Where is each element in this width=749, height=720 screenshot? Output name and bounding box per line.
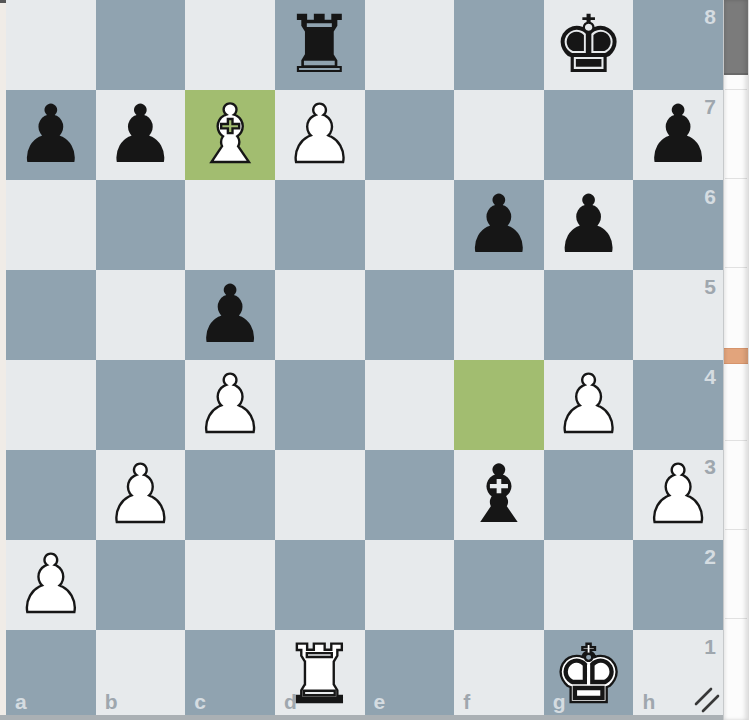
rank-label-6: 6 [704, 186, 716, 207]
square-a4[interactable] [6, 360, 96, 450]
piece-white-bishop-c7[interactable]: ♝ [194, 95, 266, 175]
square-b2[interactable] [96, 540, 186, 630]
rank-label-8: 8 [704, 6, 716, 27]
square-c2[interactable] [185, 540, 275, 630]
square-g7[interactable] [544, 90, 634, 180]
square-f6[interactable]: ♟ [454, 180, 544, 270]
piece-white-pawn-d7[interactable]: ♟ [284, 95, 356, 175]
rank-label-4: 4 [704, 366, 716, 387]
piece-black-pawn-g6[interactable]: ♟ [553, 185, 625, 265]
file-label-a: a [15, 691, 27, 712]
square-f5[interactable] [454, 270, 544, 360]
square-e2[interactable] [365, 540, 455, 630]
file-label-c: c [194, 691, 206, 712]
square-a5[interactable] [6, 270, 96, 360]
gauge-thumb[interactable] [724, 0, 748, 75]
gauge-separator [725, 618, 747, 619]
rank-label-2: 2 [704, 546, 716, 567]
chess-app: ♜♚♟♟♝♟♟♟♟♟♟♟♟♝♟♟♜♚ 87654321abcdefgh [0, 0, 749, 720]
square-a3[interactable] [6, 450, 96, 540]
square-e8[interactable] [365, 0, 455, 90]
square-d3[interactable] [275, 450, 365, 540]
piece-black-rook-d8[interactable]: ♜ [284, 5, 356, 85]
square-g2[interactable] [544, 540, 634, 630]
square-g6[interactable]: ♟ [544, 180, 634, 270]
file-label-d: d [284, 691, 297, 712]
square-a8[interactable] [6, 0, 96, 90]
square-a6[interactable] [6, 180, 96, 270]
square-b4[interactable] [96, 360, 186, 450]
square-d4[interactable] [275, 360, 365, 450]
gauge-separator [725, 440, 747, 441]
gauge-separator [725, 89, 747, 90]
square-e3[interactable] [365, 450, 455, 540]
piece-black-pawn-c5[interactable]: ♟ [194, 275, 266, 355]
square-d5[interactable] [275, 270, 365, 360]
square-a7[interactable]: ♟ [6, 90, 96, 180]
file-label-f: f [463, 691, 470, 712]
piece-white-pawn-c4[interactable]: ♟ [194, 365, 266, 445]
chess-board: ♜♚♟♟♝♟♟♟♟♟♟♟♟♝♟♟♜♚ [6, 0, 723, 720]
piece-black-pawn-b7[interactable]: ♟ [105, 95, 177, 175]
gauge-orange-marker [724, 348, 748, 364]
square-c3[interactable] [185, 450, 275, 540]
rank-label-3: 3 [704, 456, 716, 477]
square-d2[interactable] [275, 540, 365, 630]
file-label-e: e [374, 691, 386, 712]
square-c6[interactable] [185, 180, 275, 270]
piece-white-pawn-a2[interactable]: ♟ [15, 545, 87, 625]
square-c5[interactable]: ♟ [185, 270, 275, 360]
file-label-g: g [553, 691, 566, 712]
piece-black-king-g8[interactable]: ♚ [553, 5, 625, 85]
file-label-b: b [105, 691, 118, 712]
piece-black-bishop-f3[interactable]: ♝ [463, 455, 535, 535]
piece-white-pawn-b3[interactable]: ♟ [105, 455, 177, 535]
piece-black-pawn-h7[interactable]: ♟ [642, 95, 714, 175]
gauge-separator [725, 529, 747, 530]
piece-white-pawn-h3[interactable]: ♟ [642, 455, 714, 535]
board-bottom-edge [0, 715, 723, 720]
square-f3[interactable]: ♝ [454, 450, 544, 540]
square-b5[interactable] [96, 270, 186, 360]
square-g3[interactable] [544, 450, 634, 540]
piece-white-pawn-g4[interactable]: ♟ [553, 365, 625, 445]
square-e7[interactable] [365, 90, 455, 180]
square-f8[interactable] [454, 0, 544, 90]
square-e5[interactable] [365, 270, 455, 360]
gauge-separator [725, 267, 747, 268]
rank-label-1: 1 [704, 636, 716, 657]
square-f2[interactable] [454, 540, 544, 630]
square-b8[interactable] [96, 0, 186, 90]
side-scroll-gauge[interactable] [723, 0, 749, 720]
rank-label-7: 7 [704, 96, 716, 117]
board-resize-handle-icon[interactable] [692, 685, 722, 715]
square-b7[interactable]: ♟ [96, 90, 186, 180]
square-e6[interactable] [365, 180, 455, 270]
square-d8[interactable]: ♜ [275, 0, 365, 90]
piece-black-pawn-f6[interactable]: ♟ [463, 185, 535, 265]
square-c4[interactable]: ♟ [185, 360, 275, 450]
square-e4[interactable] [365, 360, 455, 450]
rank-label-5: 5 [704, 276, 716, 297]
square-a2[interactable]: ♟ [6, 540, 96, 630]
square-g4[interactable]: ♟ [544, 360, 634, 450]
square-g5[interactable] [544, 270, 634, 360]
square-b6[interactable] [96, 180, 186, 270]
gauge-separator [725, 178, 747, 179]
piece-black-pawn-a7[interactable]: ♟ [15, 95, 87, 175]
square-f7[interactable] [454, 90, 544, 180]
square-f4[interactable] [454, 360, 544, 450]
square-c8[interactable] [185, 0, 275, 90]
square-g8[interactable]: ♚ [544, 0, 634, 90]
square-d7[interactable]: ♟ [275, 90, 365, 180]
square-b3[interactable]: ♟ [96, 450, 186, 540]
square-d6[interactable] [275, 180, 365, 270]
file-label-h: h [642, 691, 655, 712]
square-c7[interactable]: ♝ [185, 90, 275, 180]
